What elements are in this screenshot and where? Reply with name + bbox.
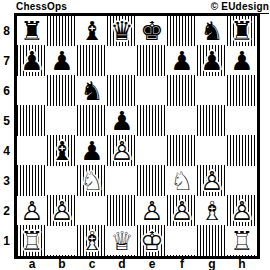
square-f7[interactable]: ♟♟ (167, 46, 197, 76)
piece-glyph: ♙ (197, 166, 227, 196)
piece-glyph: ♙ (107, 136, 137, 166)
piece-glyph: ♚ (137, 16, 167, 46)
square-h4[interactable] (227, 136, 257, 166)
square-c1[interactable]: ♝♗ (77, 226, 107, 256)
square-b5[interactable] (47, 106, 77, 136)
chess-diagram-window: { "game": "chess", "header": { "app_titl… (0, 0, 270, 270)
black-knight-g8[interactable]: ♞♞ (197, 16, 227, 46)
square-d5[interactable]: ♟♟ (107, 106, 137, 136)
piece-glyph: ♟ (197, 46, 227, 76)
square-c7[interactable] (77, 46, 107, 76)
black-pawn-h7[interactable]: ♟♟ (227, 46, 257, 76)
square-e2[interactable]: ♟♙ (137, 196, 167, 226)
square-e7[interactable] (137, 46, 167, 76)
piece-glyph: ♜ (17, 16, 47, 46)
piece-glyph: ♟ (167, 46, 197, 76)
square-h3[interactable] (227, 166, 257, 196)
square-e5[interactable] (137, 106, 167, 136)
white-pawn-g3[interactable]: ♟♙ (197, 166, 227, 196)
piece-glyph: ♟ (47, 46, 77, 76)
square-a4[interactable] (17, 136, 47, 166)
piece-glyph: ♙ (167, 196, 197, 226)
square-a5[interactable] (17, 106, 47, 136)
white-pawn-a2[interactable]: ♟♙ (17, 196, 47, 226)
square-b7[interactable]: ♟♟ (47, 46, 77, 76)
square-a7[interactable]: ♟♟ (17, 46, 47, 76)
file-label-h: h (227, 258, 257, 270)
piece-glyph: ♛ (107, 16, 137, 46)
white-pawn-d4[interactable]: ♟♙ (107, 136, 137, 166)
piece-glyph: ♙ (227, 196, 257, 226)
rank-label-7: 7 (0, 46, 13, 76)
square-c4[interactable]: ♟♟ (77, 136, 107, 166)
white-bishop-c1[interactable]: ♝♗ (77, 226, 107, 256)
file-labels: abcdefgh (17, 258, 257, 270)
black-bishop-c8[interactable]: ♝♝ (77, 16, 107, 46)
square-g8[interactable]: ♞♞ (197, 16, 227, 46)
piece-glyph: ♞ (77, 76, 107, 106)
rank-label-5: 5 (0, 106, 13, 136)
square-b8[interactable] (47, 16, 77, 46)
white-pawn-b2[interactable]: ♟♙ (47, 196, 77, 226)
black-rook-h8[interactable]: ♜♜ (227, 16, 257, 46)
black-queen-d8[interactable]: ♛♛ (107, 16, 137, 46)
white-pawn-e2[interactable]: ♟♙ (137, 196, 167, 226)
rank-label-1: 1 (0, 226, 13, 256)
piece-glyph: ♗ (77, 226, 107, 256)
square-f8[interactable] (167, 16, 197, 46)
white-queen-d1[interactable]: ♛♕ (107, 226, 137, 256)
piece-glyph: ♖ (17, 226, 47, 256)
white-pawn-f2[interactable]: ♟♙ (167, 196, 197, 226)
file-label-f: f (167, 258, 197, 270)
square-d4[interactable]: ♟♙ (107, 136, 137, 166)
piece-glyph: ♗ (197, 196, 227, 226)
square-e8[interactable]: ♚♚ (137, 16, 167, 46)
square-f1[interactable] (167, 226, 197, 256)
square-f4[interactable] (167, 136, 197, 166)
piece-glyph: ♟ (227, 46, 257, 76)
credit-text: © EUdesign (211, 1, 269, 12)
square-b3[interactable] (47, 166, 77, 196)
piece-glyph: ♘ (167, 166, 197, 196)
square-c3[interactable]: ♞♘ (77, 166, 107, 196)
black-rook-a8[interactable]: ♜♜ (17, 16, 47, 46)
white-knight-c3[interactable]: ♞♘ (77, 166, 107, 196)
square-e6[interactable] (137, 76, 167, 106)
square-g3[interactable]: ♟♙ (197, 166, 227, 196)
square-g7[interactable]: ♟♟ (197, 46, 227, 76)
rank-label-4: 4 (0, 136, 13, 166)
square-f2[interactable]: ♟♙ (167, 196, 197, 226)
chess-board[interactable]: ♜♜♝♝♛♛♚♚♞♞♜♜♟♟♟♟♟♟♟♟♟♟♞♞♟♟♝♝♟♟♟♙♞♘♞♘♟♙♟♙… (14, 13, 260, 259)
square-h1[interactable]: ♜♖ (227, 226, 257, 256)
piece-glyph: ♟ (17, 46, 47, 76)
square-a3[interactable] (17, 166, 47, 196)
file-label-d: d (107, 258, 137, 270)
file-label-e: e (137, 258, 167, 270)
white-king-e1[interactable]: ♚♔ (137, 226, 167, 256)
square-h5[interactable] (227, 106, 257, 136)
piece-glyph: ♕ (107, 226, 137, 256)
piece-glyph: ♝ (47, 136, 77, 166)
square-d7[interactable] (107, 46, 137, 76)
square-c5[interactable] (77, 106, 107, 136)
piece-glyph: ♟ (77, 136, 107, 166)
file-label-c: c (77, 258, 107, 270)
piece-glyph: ♙ (17, 196, 47, 226)
square-c2[interactable] (77, 196, 107, 226)
black-pawn-d5[interactable]: ♟♟ (107, 106, 137, 136)
square-f3[interactable]: ♞♘ (167, 166, 197, 196)
piece-glyph: ♘ (77, 166, 107, 196)
white-bishop-g2[interactable]: ♝♗ (197, 196, 227, 226)
square-a1[interactable]: ♜♖ (17, 226, 47, 256)
square-e4[interactable] (137, 136, 167, 166)
square-c8[interactable]: ♝♝ (77, 16, 107, 46)
square-g1[interactable] (197, 226, 227, 256)
black-king-e8[interactable]: ♚♚ (137, 16, 167, 46)
black-pawn-a7[interactable]: ♟♟ (17, 46, 47, 76)
piece-glyph: ♝ (77, 16, 107, 46)
square-g4[interactable] (197, 136, 227, 166)
piece-glyph: ♞ (197, 16, 227, 46)
square-g5[interactable] (197, 106, 227, 136)
file-label-g: g (197, 258, 227, 270)
file-label-b: b (47, 258, 77, 270)
square-f6[interactable] (167, 76, 197, 106)
piece-glyph: ♖ (227, 226, 257, 256)
square-b2[interactable]: ♟♙ (47, 196, 77, 226)
square-a8[interactable]: ♜♜ (17, 16, 47, 46)
white-knight-f3[interactable]: ♞♘ (167, 166, 197, 196)
square-b4[interactable]: ♝♝ (47, 136, 77, 166)
square-g6[interactable] (197, 76, 227, 106)
app-title: ChessOps (16, 1, 67, 12)
square-b6[interactable] (47, 76, 77, 106)
rank-label-2: 2 (0, 196, 13, 226)
piece-glyph: ♜ (227, 16, 257, 46)
white-pawn-h2[interactable]: ♟♙ (227, 196, 257, 226)
square-e1[interactable]: ♚♔ (137, 226, 167, 256)
square-d3[interactable] (107, 166, 137, 196)
square-b1[interactable] (47, 226, 77, 256)
square-h2[interactable]: ♟♙ (227, 196, 257, 226)
file-label-a: a (17, 258, 47, 270)
square-h8[interactable]: ♜♜ (227, 16, 257, 46)
black-pawn-c4[interactable]: ♟♟ (77, 136, 107, 166)
black-pawn-f7[interactable]: ♟♟ (167, 46, 197, 76)
black-knight-c6[interactable]: ♞♞ (77, 76, 107, 106)
square-c6[interactable]: ♞♞ (77, 76, 107, 106)
square-h7[interactable]: ♟♟ (227, 46, 257, 76)
piece-glyph: ♙ (47, 196, 77, 226)
square-e3[interactable] (137, 166, 167, 196)
black-bishop-b4[interactable]: ♝♝ (47, 136, 77, 166)
black-pawn-g7[interactable]: ♟♟ (197, 46, 227, 76)
square-d8[interactable]: ♛♛ (107, 16, 137, 46)
rank-label-6: 6 (0, 76, 13, 106)
white-rook-a1[interactable]: ♜♖ (17, 226, 47, 256)
square-a2[interactable]: ♟♙ (17, 196, 47, 226)
piece-glyph: ♙ (137, 196, 167, 226)
rank-labels: 87654321 (0, 16, 13, 256)
black-pawn-b7[interactable]: ♟♟ (47, 46, 77, 76)
square-h6[interactable] (227, 76, 257, 106)
rank-label-3: 3 (0, 166, 13, 196)
square-f5[interactable] (167, 106, 197, 136)
square-a6[interactable] (17, 76, 47, 106)
piece-glyph: ♟ (107, 106, 137, 136)
square-d2[interactable] (107, 196, 137, 226)
square-d6[interactable] (107, 76, 137, 106)
piece-glyph: ♔ (137, 226, 167, 256)
rank-label-8: 8 (0, 16, 13, 46)
square-g2[interactable]: ♝♗ (197, 196, 227, 226)
square-d1[interactable]: ♛♕ (107, 226, 137, 256)
white-rook-h1[interactable]: ♜♖ (227, 226, 257, 256)
